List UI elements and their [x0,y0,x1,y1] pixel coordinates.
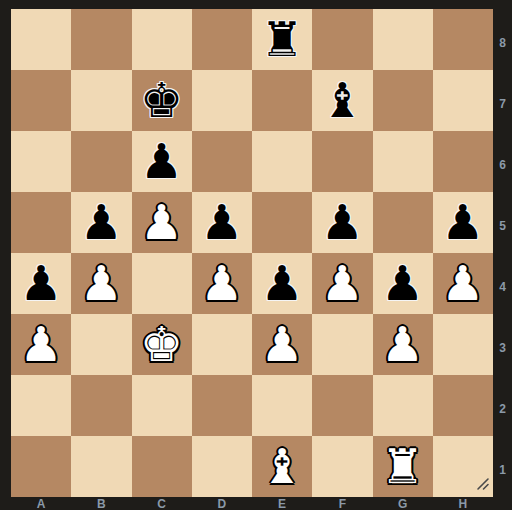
square-e6[interactable] [252,131,312,192]
piece-white-pawn[interactable]: ♟ [80,259,123,307]
square-b6[interactable] [71,131,131,192]
rank-label-3: 3 [493,314,512,375]
square-b7[interactable] [71,70,131,131]
square-f3[interactable] [312,314,372,375]
file-label-g: G [373,497,433,510]
square-e5[interactable] [252,192,312,253]
square-a7[interactable] [11,70,71,131]
square-b1[interactable] [71,436,131,497]
square-e1[interactable]: ♝ [252,436,312,497]
piece-black-pawn[interactable]: ♟ [441,198,484,246]
rank-label-5: 5 [493,192,512,253]
piece-white-pawn[interactable]: ♟ [441,259,484,307]
square-c7[interactable]: ♚ [132,70,192,131]
square-f8[interactable] [312,9,372,70]
piece-black-king[interactable]: ♚ [140,76,183,124]
square-e8[interactable]: ♜ [252,9,312,70]
rank-label-6: 6 [493,131,512,192]
file-labels: ABCDEFGH [11,497,493,510]
square-b4[interactable]: ♟ [71,253,131,314]
square-h3[interactable] [433,314,493,375]
piece-white-pawn[interactable]: ♟ [140,198,183,246]
square-d2[interactable] [192,375,252,436]
square-c2[interactable] [132,375,192,436]
piece-black-pawn[interactable]: ♟ [80,198,123,246]
square-b5[interactable]: ♟ [71,192,131,253]
square-h6[interactable] [433,131,493,192]
square-g5[interactable] [373,192,433,253]
square-d5[interactable]: ♟ [192,192,252,253]
square-d3[interactable] [192,314,252,375]
file-label-e: E [252,497,312,510]
square-h5[interactable]: ♟ [433,192,493,253]
piece-white-pawn[interactable]: ♟ [20,320,63,368]
square-g3[interactable]: ♟ [373,314,433,375]
square-g8[interactable] [373,9,433,70]
square-d1[interactable] [192,436,252,497]
piece-black-pawn[interactable]: ♟ [381,259,424,307]
square-a4[interactable]: ♟ [11,253,71,314]
square-g1[interactable]: ♜ [373,436,433,497]
piece-black-pawn[interactable]: ♟ [20,259,63,307]
square-a2[interactable] [11,375,71,436]
piece-white-pawn[interactable]: ♟ [381,320,424,368]
square-e4[interactable]: ♟ [252,253,312,314]
piece-white-pawn[interactable]: ♟ [261,320,304,368]
square-e7[interactable] [252,70,312,131]
square-e3[interactable]: ♟ [252,314,312,375]
square-c4[interactable] [132,253,192,314]
square-c3[interactable]: ♚ [132,314,192,375]
square-h2[interactable] [433,375,493,436]
board-resize-handle-icon[interactable] [475,476,491,492]
piece-black-pawn[interactable]: ♟ [321,198,364,246]
file-label-d: D [192,497,252,510]
square-c6[interactable]: ♟ [132,131,192,192]
square-f2[interactable] [312,375,372,436]
piece-black-bishop[interactable]: ♝ [321,76,364,124]
square-d4[interactable]: ♟ [192,253,252,314]
piece-black-pawn[interactable]: ♟ [140,137,183,185]
square-a6[interactable] [11,131,71,192]
rank-label-2: 2 [493,375,512,436]
square-g2[interactable] [373,375,433,436]
piece-white-pawn[interactable]: ♟ [321,259,364,307]
rank-label-8: 8 [493,9,512,70]
piece-black-rook[interactable]: ♜ [261,15,304,63]
square-a5[interactable] [11,192,71,253]
file-label-h: H [433,497,493,510]
square-c8[interactable] [132,9,192,70]
piece-white-bishop[interactable]: ♝ [261,442,304,490]
square-e2[interactable] [252,375,312,436]
square-d6[interactable] [192,131,252,192]
file-label-f: F [312,497,372,510]
chess-board: ♜♚♝♟♟♟♟♟♟♟♟♟♟♟♟♟♟♚♟♟♝♜ [11,9,493,497]
square-b8[interactable] [71,9,131,70]
piece-black-pawn[interactable]: ♟ [261,259,304,307]
piece-black-pawn[interactable]: ♟ [200,198,243,246]
piece-white-pawn[interactable]: ♟ [200,259,243,307]
square-f4[interactable]: ♟ [312,253,372,314]
square-g7[interactable] [373,70,433,131]
square-b3[interactable] [71,314,131,375]
rank-label-4: 4 [493,253,512,314]
square-f6[interactable] [312,131,372,192]
square-d8[interactable] [192,9,252,70]
square-h4[interactable]: ♟ [433,253,493,314]
rank-label-1: 1 [493,436,512,497]
piece-white-king[interactable]: ♚ [140,320,183,368]
square-a1[interactable] [11,436,71,497]
square-a8[interactable] [11,9,71,70]
square-f5[interactable]: ♟ [312,192,372,253]
square-h8[interactable] [433,9,493,70]
square-c5[interactable]: ♟ [132,192,192,253]
file-label-a: A [11,497,71,510]
square-b2[interactable] [71,375,131,436]
piece-white-rook[interactable]: ♜ [381,442,424,490]
square-g6[interactable] [373,131,433,192]
square-d7[interactable] [192,70,252,131]
square-f1[interactable] [312,436,372,497]
square-h7[interactable] [433,70,493,131]
square-f7[interactable]: ♝ [312,70,372,131]
square-c1[interactable] [132,436,192,497]
rank-label-7: 7 [493,70,512,131]
square-a3[interactable]: ♟ [11,314,71,375]
square-g4[interactable]: ♟ [373,253,433,314]
chess-app: ♜♚♝♟♟♟♟♟♟♟♟♟♟♟♟♟♟♚♟♟♝♜ 87654321 ABCDEFGH [0,0,512,510]
rank-labels: 87654321 [493,9,512,497]
file-label-c: C [132,497,192,510]
file-label-b: B [71,497,131,510]
